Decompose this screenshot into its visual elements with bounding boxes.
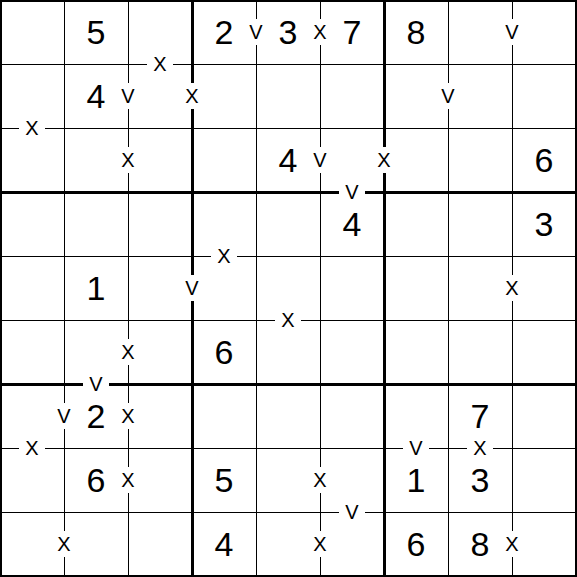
cell-r1c1[interactable] bbox=[0, 0, 64, 64]
cell-r5c1[interactable] bbox=[0, 256, 64, 320]
cell-r2c6[interactable] bbox=[320, 64, 384, 128]
cell-r4c8[interactable] bbox=[448, 192, 512, 256]
cell-r1c7[interactable]: 8 bbox=[384, 0, 448, 64]
cell-r2c9[interactable] bbox=[512, 64, 576, 128]
xv-marker-v-r1c8-right: V bbox=[499, 19, 525, 45]
cell-r5c6[interactable] bbox=[320, 256, 384, 320]
cell-r7c6[interactable] bbox=[320, 384, 384, 448]
xv-marker-x-r5c8-right: X bbox=[499, 275, 525, 301]
xv-marker-x-r6c2-right: X bbox=[115, 339, 141, 365]
cell-vline-1 bbox=[64, 0, 65, 577]
cell-r5c7[interactable] bbox=[384, 256, 448, 320]
board: 523784464316276513468VXVVXVXVXVXXVXXXXXX… bbox=[0, 0, 577, 577]
cell-hline-8 bbox=[0, 512, 577, 513]
cell-r7c4[interactable] bbox=[192, 384, 256, 448]
cell-r8c4[interactable]: 5 bbox=[192, 448, 256, 512]
xv-marker-v-r5c3-right: V bbox=[179, 275, 205, 301]
xv-marker-x-r2c1-below: X bbox=[19, 115, 45, 141]
xv-marker-x-r1c3-below: X bbox=[147, 51, 173, 77]
cell-r7c5[interactable] bbox=[256, 384, 320, 448]
xv-marker-v-r6c2-below: V bbox=[83, 371, 109, 397]
xv-marker-x-r7c2-right: X bbox=[115, 403, 141, 429]
cell-r6c9[interactable] bbox=[512, 320, 576, 384]
cell-r4c1[interactable] bbox=[0, 192, 64, 256]
border-top bbox=[0, 0, 577, 2]
cell-r3c4[interactable] bbox=[192, 128, 256, 192]
box-hline-3 bbox=[0, 191, 577, 194]
cell-r8c9[interactable] bbox=[512, 448, 576, 512]
xv-marker-x-r8c2-right: X bbox=[115, 467, 141, 493]
cell-r5c2[interactable]: 1 bbox=[64, 256, 128, 320]
xv-marker-x-r3c2-right: X bbox=[115, 147, 141, 173]
cell-r2c5[interactable] bbox=[256, 64, 320, 128]
xv-marker-x-r9c1-right: X bbox=[51, 531, 77, 557]
xv-marker-v-r3c5-right: V bbox=[307, 147, 333, 173]
cell-r3c8[interactable] bbox=[448, 128, 512, 192]
cell-r6c7[interactable] bbox=[384, 320, 448, 384]
xv-marker-v-r8c6-below: V bbox=[339, 499, 365, 525]
xv-marker-x-r9c5-right: X bbox=[307, 531, 333, 557]
xv-marker-x-r1c5-right: X bbox=[307, 19, 333, 45]
cell-r6c4[interactable]: 6 bbox=[192, 320, 256, 384]
xv-marker-x-r9c8-right: X bbox=[499, 531, 525, 557]
border-left bbox=[0, 0, 2, 577]
cell-r6c8[interactable] bbox=[448, 320, 512, 384]
cell-r6c1[interactable] bbox=[0, 320, 64, 384]
cell-r9c7[interactable]: 6 bbox=[384, 512, 448, 576]
cell-hline-4 bbox=[0, 256, 577, 257]
xv-marker-x-r7c1-below: X bbox=[19, 435, 45, 461]
xv-marker-x-r7c8-below: X bbox=[467, 435, 493, 461]
cell-hline-1 bbox=[0, 64, 577, 65]
cell-r4c2[interactable] bbox=[64, 192, 128, 256]
cell-hline-2 bbox=[0, 128, 577, 129]
xv-marker-v-r3c6-below: V bbox=[339, 179, 365, 205]
cell-r6c6[interactable] bbox=[320, 320, 384, 384]
box-vline-6 bbox=[383, 0, 386, 577]
cell-r4c9[interactable]: 3 bbox=[512, 192, 576, 256]
cell-vline-4 bbox=[256, 0, 257, 577]
cell-r9c4[interactable]: 4 bbox=[192, 512, 256, 576]
cell-r1c2[interactable]: 5 bbox=[64, 0, 128, 64]
xv-marker-x-r3c6-right: X bbox=[371, 147, 397, 173]
cell-r4c7[interactable] bbox=[384, 192, 448, 256]
cell-r3c9[interactable]: 6 bbox=[512, 128, 576, 192]
xv-marker-x-r5c5-below: X bbox=[275, 307, 301, 333]
xv-marker-x-r4c4-below: X bbox=[211, 243, 237, 269]
xv-marker-v-r2c7-right: V bbox=[435, 83, 461, 109]
xv-marker-v-r7c7-below: V bbox=[403, 435, 429, 461]
cell-r7c9[interactable] bbox=[512, 384, 576, 448]
xv-marker-x-r2c3-right: X bbox=[179, 83, 205, 109]
xv-marker-v-r2c2-right: V bbox=[115, 83, 141, 109]
cell-r9c3[interactable] bbox=[128, 512, 192, 576]
xv-marker-x-r8c5-right: X bbox=[307, 467, 333, 493]
xv-marker-v-r1c4-right: V bbox=[243, 19, 269, 45]
xv-marker-v-r7c1-right: V bbox=[51, 403, 77, 429]
cell-r4c3[interactable] bbox=[128, 192, 192, 256]
cell-r4c5[interactable] bbox=[256, 192, 320, 256]
